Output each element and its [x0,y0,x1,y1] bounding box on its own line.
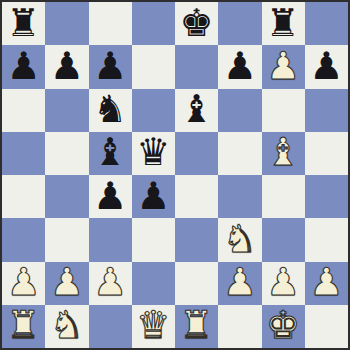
piece-white-pawn[interactable]: ♟ [309,263,343,301]
square-d1[interactable]: ♛ [132,305,175,348]
square-g4[interactable] [262,175,305,218]
piece-white-pawn[interactable]: ♟ [266,263,300,301]
piece-black-pawn[interactable]: ♟ [136,177,170,215]
square-h7[interactable]: ♟ [305,45,348,88]
square-d7[interactable] [132,45,175,88]
piece-black-knight[interactable]: ♞ [93,90,127,128]
piece-black-pawn[interactable]: ♟ [7,47,41,85]
square-f8[interactable] [218,2,261,45]
piece-black-pawn[interactable]: ♟ [309,47,343,85]
piece-black-bishop[interactable]: ♝ [93,133,127,171]
chess-board: ♜♚♜♟♟♟♟♟♟♞♝♝♛♝♟♟♞♟♟♟♟♟♟♜♞♛♜♚ [0,0,350,350]
square-d8[interactable] [132,2,175,45]
piece-white-pawn[interactable]: ♟ [266,47,300,85]
square-f3[interactable]: ♞ [218,218,261,261]
square-f1[interactable] [218,305,261,348]
square-h2[interactable]: ♟ [305,262,348,305]
square-g2[interactable]: ♟ [262,262,305,305]
square-e4[interactable] [175,175,218,218]
piece-black-bishop[interactable]: ♝ [180,90,214,128]
square-c3[interactable] [89,218,132,261]
square-h4[interactable] [305,175,348,218]
piece-black-queen[interactable]: ♛ [136,133,170,171]
piece-white-knight[interactable]: ♞ [223,220,257,258]
piece-white-rook[interactable]: ♜ [7,306,41,344]
square-g6[interactable] [262,89,305,132]
square-f4[interactable] [218,175,261,218]
piece-black-pawn[interactable]: ♟ [50,47,84,85]
square-c7[interactable]: ♟ [89,45,132,88]
square-h3[interactable] [305,218,348,261]
piece-white-pawn[interactable]: ♟ [223,263,257,301]
piece-black-pawn[interactable]: ♟ [223,47,257,85]
square-a1[interactable]: ♜ [2,305,45,348]
square-e3[interactable] [175,218,218,261]
square-b6[interactable] [45,89,88,132]
square-d2[interactable] [132,262,175,305]
square-h5[interactable] [305,132,348,175]
square-c1[interactable] [89,305,132,348]
piece-white-pawn[interactable]: ♟ [7,263,41,301]
piece-black-rook[interactable]: ♜ [7,4,41,42]
square-d4[interactable]: ♟ [132,175,175,218]
square-d6[interactable] [132,89,175,132]
square-f6[interactable] [218,89,261,132]
square-c2[interactable]: ♟ [89,262,132,305]
piece-white-king[interactable]: ♚ [266,306,300,344]
square-c5[interactable]: ♝ [89,132,132,175]
piece-white-pawn[interactable]: ♟ [93,263,127,301]
square-e8[interactable]: ♚ [175,2,218,45]
square-h1[interactable] [305,305,348,348]
square-c4[interactable]: ♟ [89,175,132,218]
square-b3[interactable] [45,218,88,261]
piece-white-queen[interactable]: ♛ [136,306,170,344]
square-b7[interactable]: ♟ [45,45,88,88]
piece-black-pawn[interactable]: ♟ [93,177,127,215]
square-g1[interactable]: ♚ [262,305,305,348]
square-g5[interactable]: ♝ [262,132,305,175]
piece-black-king[interactable]: ♚ [180,4,214,42]
square-f7[interactable]: ♟ [218,45,261,88]
square-c8[interactable] [89,2,132,45]
square-g8[interactable]: ♜ [262,2,305,45]
square-h8[interactable] [305,2,348,45]
piece-black-rook[interactable]: ♜ [266,4,300,42]
square-b2[interactable]: ♟ [45,262,88,305]
square-a4[interactable] [2,175,45,218]
square-g7[interactable]: ♟ [262,45,305,88]
square-g3[interactable] [262,218,305,261]
piece-white-pawn[interactable]: ♟ [50,263,84,301]
square-b1[interactable]: ♞ [45,305,88,348]
square-b8[interactable] [45,2,88,45]
square-a7[interactable]: ♟ [2,45,45,88]
square-f2[interactable]: ♟ [218,262,261,305]
square-a3[interactable] [2,218,45,261]
square-b5[interactable] [45,132,88,175]
square-c6[interactable]: ♞ [89,89,132,132]
square-e5[interactable] [175,132,218,175]
square-a2[interactable]: ♟ [2,262,45,305]
square-a8[interactable]: ♜ [2,2,45,45]
piece-white-rook[interactable]: ♜ [180,306,214,344]
piece-black-pawn[interactable]: ♟ [93,47,127,85]
piece-white-knight[interactable]: ♞ [50,306,84,344]
square-d3[interactable] [132,218,175,261]
square-h6[interactable] [305,89,348,132]
square-b4[interactable] [45,175,88,218]
square-e2[interactable] [175,262,218,305]
square-f5[interactable] [218,132,261,175]
square-e1[interactable]: ♜ [175,305,218,348]
square-a5[interactable] [2,132,45,175]
square-e7[interactable] [175,45,218,88]
piece-white-bishop[interactable]: ♝ [266,133,300,171]
square-a6[interactable] [2,89,45,132]
square-e6[interactable]: ♝ [175,89,218,132]
square-d5[interactable]: ♛ [132,132,175,175]
